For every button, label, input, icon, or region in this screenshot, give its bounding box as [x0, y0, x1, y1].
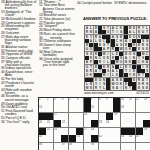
puzzle-cell: 12	[136, 98, 143, 105]
puzzle-cell: 34	[128, 135, 135, 142]
puzzle-cell: 33	[121, 135, 128, 142]
black-square	[128, 128, 135, 135]
puzzle-cell: 27	[84, 128, 91, 135]
clue-text: Alphabetically first of the acting Baldw…	[5, 0, 36, 10]
puzzle-cell	[128, 105, 135, 112]
cell-number: 34	[129, 135, 135, 138]
puzzle-cell	[46, 105, 53, 112]
clue-text: "You hurt!" reply	[5, 119, 29, 123]
puzzle-cell	[76, 120, 83, 127]
black-square	[84, 98, 91, 105]
puzzle-cell: 37	[61, 143, 68, 150]
cell-number: 32	[99, 135, 105, 138]
puzzle-cell	[76, 143, 83, 150]
puzzle-cell	[136, 105, 143, 112]
clue-item: 59 EMTs' destinations	[114, 1, 150, 4]
puzzle-cell	[99, 113, 106, 120]
cell-number: 20	[39, 121, 45, 124]
puzzle-cell: 21	[46, 120, 53, 127]
puzzle-cell	[99, 128, 106, 135]
cell-number: 31	[77, 135, 83, 138]
clue-column-across: 18 Alphabetically first of the acting Ba…	[1, 0, 38, 150]
cell-number: 5	[69, 98, 75, 101]
puzzle-cell: 31	[76, 135, 83, 142]
puzzle-cell: 32	[99, 135, 106, 142]
puzzle-cell	[121, 113, 128, 120]
clue-item: 18 Alphabetically first of the acting Ba…	[1, 0, 37, 10]
puzzle-cell: 16	[121, 105, 128, 112]
puzzle-cell	[136, 120, 143, 127]
black-square	[143, 120, 150, 127]
clue-text: EMTs' destinations	[118, 1, 146, 4]
puzzle-cell: 22	[61, 120, 68, 127]
newspaper-crossword-page: { "game": "crossword (daily newspaper pu…	[0, 0, 150, 150]
puzzle-cell	[128, 113, 135, 120]
cell-number: 9	[106, 98, 112, 101]
cell-number: 2	[47, 98, 53, 101]
cell-number: 37	[62, 143, 68, 146]
cell-number: 18	[84, 113, 90, 116]
cell-number: 26	[54, 128, 60, 131]
puzzle-cell	[54, 135, 61, 142]
clue-item: 44 Cockpit panel button	[77, 1, 112, 4]
puzzle-cell	[76, 113, 83, 120]
puzzle-cell	[136, 143, 143, 150]
puzzle-cell	[69, 128, 76, 135]
black-square	[91, 120, 98, 127]
cell-number: 28	[91, 128, 97, 131]
puzzle-cell: 3	[54, 98, 61, 105]
puzzle-cell	[121, 143, 128, 150]
black-square	[54, 120, 61, 127]
cell-number: 36	[39, 143, 45, 146]
puzzle-cell	[136, 113, 143, 120]
cell-number: 11	[129, 98, 135, 101]
cell-number: 6	[77, 98, 83, 101]
puzzle-cell	[106, 143, 113, 150]
clue-item: 36 Oscar who quipped, "True friends stab…	[39, 57, 75, 67]
clue-list: 18 Alphabetically first of the acting Ba…	[1, 0, 37, 123]
black-square	[61, 135, 68, 142]
puzzle-cell	[113, 120, 120, 127]
cell-number: 8	[99, 98, 105, 101]
puzzle-cell	[113, 143, 120, 150]
cell-number: 12	[136, 98, 142, 101]
cell-number: 1	[39, 98, 45, 101]
puzzle-cell: 4	[61, 98, 68, 105]
cell-number: 10	[121, 98, 127, 101]
cell-number: 35	[136, 135, 142, 138]
puzzle-cell: 18	[84, 113, 91, 120]
cell-number: 29	[144, 128, 150, 131]
puzzle-cell	[84, 143, 91, 150]
cell-number: 23	[99, 121, 105, 124]
puzzle-cell	[143, 135, 150, 142]
black-square	[121, 128, 128, 135]
puzzle-cell: 15	[91, 105, 98, 112]
puzzle-cell	[61, 128, 68, 135]
cell-number: 19	[114, 113, 120, 116]
puzzle-cell	[84, 120, 91, 127]
cell-number: 16	[121, 106, 127, 109]
clue-item: 27 Multi-day event featuring rainbow fla…	[1, 35, 37, 45]
puzzle-cell	[128, 120, 135, 127]
puzzle-cell	[106, 135, 113, 142]
puzzle-cell	[46, 143, 53, 150]
puzzle-cell	[84, 135, 91, 142]
puzzle-cell	[106, 105, 113, 112]
puzzle-cell: 8	[99, 98, 106, 105]
cell-number: 21	[47, 121, 53, 124]
clue-column-down: 11 "Shame ...!"12 Two-time Best Actress …	[39, 0, 76, 97]
clue-list: 59 EMTs' destinations	[114, 1, 150, 4]
puzzle-cell: 5	[69, 98, 76, 105]
clue-column-down-cont: 44 Cockpit panel button	[77, 1, 112, 16]
black-square	[113, 105, 120, 112]
puzzle-cell	[91, 113, 98, 120]
cell-number: 22	[62, 121, 68, 124]
cell-number: 39	[91, 143, 97, 146]
cell-number: 25	[47, 128, 53, 131]
clue-column-down-cont-2: 59 EMTs' destinations	[114, 1, 150, 16]
puzzle-cell: 10	[121, 98, 128, 105]
cell-number: 15	[91, 106, 97, 109]
puzzle-cell	[61, 105, 68, 112]
puzzle-cell	[54, 105, 61, 112]
black-square	[76, 128, 83, 135]
puzzle-cell: 1	[39, 98, 46, 105]
clue-item: 56 "You hurt!" reply	[1, 120, 37, 123]
cell-number: 14	[39, 106, 45, 109]
black-square	[113, 98, 120, 105]
answer-to-previous-puzzle-heading: ANSWER TO PREVIOUS PUZZLE:	[83, 16, 150, 21]
puzzle-cell: 30	[39, 135, 46, 142]
clue-text: Multi-day event featuring rainbow flags	[5, 35, 31, 45]
black-square	[84, 105, 91, 112]
black-square	[91, 135, 98, 142]
clue-item: 12 Two-time Best Actress Oscar winner St…	[39, 4, 75, 14]
puzzle-cell	[143, 143, 150, 150]
cell-number: 27	[84, 128, 90, 131]
puzzle-cell: 35	[136, 135, 143, 142]
puzzle-cell: 13	[143, 98, 150, 105]
puzzle-cell	[69, 113, 76, 120]
puzzle-cell	[106, 128, 113, 135]
puzzle-cell: 19	[113, 113, 120, 120]
previous-puzzle-answer-grid: ALESTACKMERYLRNAOTISALEUTKYRAASEEONALECC…	[84, 25, 150, 91]
black-square	[136, 128, 143, 135]
puzzle-cell	[121, 120, 128, 127]
puzzle-cell: 38	[69, 143, 76, 150]
puzzle-cell: 6	[76, 98, 83, 105]
puzzle-cell	[113, 135, 120, 142]
black-square	[46, 113, 53, 120]
puzzle-cell: 25	[46, 128, 53, 135]
grid-footer: www.mirroreyes.com 02/14/13	[84, 91, 149, 96]
cell-number: 4	[62, 98, 68, 101]
cell-number: 17	[54, 113, 60, 116]
puzzle-cell	[69, 120, 76, 127]
puzzle-cell: 2	[46, 98, 53, 105]
puzzle-cell	[143, 105, 150, 112]
cell-number: 7	[91, 98, 97, 101]
puzzle-cell: 36	[39, 143, 46, 150]
black-square	[39, 128, 46, 135]
clue-text: Cockpit panel button	[81, 1, 112, 4]
puzzle-cell: 39	[91, 143, 98, 150]
puzzle-cell	[143, 113, 150, 120]
puzzle-cell	[99, 105, 106, 112]
puzzle-cell	[69, 105, 76, 112]
puzzle-cell	[113, 128, 120, 135]
cell-number: 3	[54, 98, 60, 101]
puzzle-cell	[46, 135, 53, 142]
puzzle-cell: 20	[39, 120, 46, 127]
puzzle-source-url: www.mirroreyes.com	[84, 91, 114, 95]
puzzle-cell	[54, 143, 61, 150]
puzzle-cell: 24	[106, 120, 113, 127]
puzzle-cell	[128, 143, 135, 150]
puzzle-cell	[61, 113, 68, 120]
puzzle-date: 02/14/13	[136, 91, 148, 95]
cell-number: 24	[106, 121, 112, 124]
black-square	[39, 113, 46, 120]
cell-number: 38	[69, 143, 75, 146]
clue-text: Two-time Best Actress Oscar winner Stree…	[43, 3, 75, 13]
puzzle-cell: 11	[128, 98, 135, 105]
cell-number: 13	[144, 98, 150, 101]
clue-list: 44 Cockpit panel button	[77, 1, 112, 4]
puzzle-cell: 29	[143, 128, 150, 135]
puzzle-cell: 23	[99, 120, 106, 127]
puzzle-cell: 26	[54, 128, 61, 135]
cell-number: 33	[121, 135, 127, 138]
puzzle-cell: 17	[54, 113, 61, 120]
black-square	[69, 135, 76, 142]
puzzle-cell: 9	[106, 98, 113, 105]
answer-header-wrap: ANSWER TO PREVIOUS PUZZLE:	[83, 16, 150, 24]
puzzle-cell: 7	[91, 98, 98, 105]
puzzle-cell: 14	[39, 105, 46, 112]
clue-text: Oscar who quipped, "True friends stab yo…	[43, 57, 74, 67]
crossword-grid: 1234567891011121314151617181920212223242…	[38, 97, 150, 150]
cell-number: 30	[39, 135, 45, 138]
puzzle-cell	[99, 143, 106, 150]
clue-list: 11 "Shame ...!"12 Two-time Best Actress …	[39, 0, 75, 67]
puzzle-cell	[76, 105, 83, 112]
black-square	[106, 113, 113, 120]
puzzle-cell: 28	[91, 128, 98, 135]
